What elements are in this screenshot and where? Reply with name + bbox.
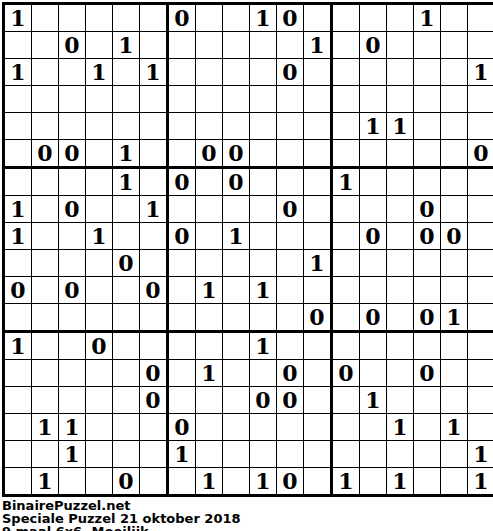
cell-r9c18-empty[interactable] (468, 223, 493, 250)
cell-r9c4-given-1: 1 (86, 223, 113, 250)
cell-r8c14-empty[interactable] (360, 196, 387, 223)
cell-r13c3-empty[interactable] (59, 333, 86, 360)
cell-r10c17-empty[interactable] (441, 250, 468, 277)
cell-r4c4-empty[interactable] (86, 86, 113, 113)
cell-r15c3-empty[interactable] (59, 387, 86, 414)
cell-r2c16-empty[interactable] (414, 32, 441, 59)
cell-r8c7-empty[interactable] (169, 196, 196, 223)
cell-r13c14-empty[interactable] (360, 333, 387, 360)
cell-r14c12-empty[interactable] (304, 360, 333, 387)
cell-r6c4-empty[interactable] (86, 140, 113, 169)
cell-r9c8-empty[interactable] (196, 223, 223, 250)
cell-r2c4-empty[interactable] (86, 32, 113, 59)
cell-r7c15-empty[interactable] (387, 169, 414, 196)
cell-r10c13-empty[interactable] (333, 250, 360, 277)
cell-r12c13-empty[interactable] (333, 304, 360, 333)
cell-r2c6-empty[interactable] (140, 32, 169, 59)
cell-r14c4-empty[interactable] (86, 360, 113, 387)
cell-r2c2-empty[interactable] (32, 32, 59, 59)
cell-r3c2-empty[interactable] (32, 59, 59, 86)
cell-r5c7-empty[interactable] (169, 113, 196, 140)
cell-r7c7-given-0: 0 (169, 169, 196, 196)
cell-r13c2-empty[interactable] (32, 333, 59, 360)
cell-r3c10-empty[interactable] (250, 59, 277, 86)
cell-r1c11-given-0: 0 (277, 5, 304, 32)
cell-r6c1-empty[interactable] (5, 140, 32, 169)
cell-r14c9-empty[interactable] (223, 360, 250, 387)
cell-r4c8-empty[interactable] (196, 86, 223, 113)
cell-r15c16-empty[interactable] (414, 387, 441, 414)
cell-r8c5-empty[interactable] (113, 196, 140, 223)
cell-r15c13-empty[interactable] (333, 387, 360, 414)
cell-r15c10-given-0: 0 (250, 387, 277, 414)
cell-r8c17-empty[interactable] (441, 196, 468, 223)
cell-r10c12-given-1: 1 (304, 250, 333, 277)
cell-r17c15-empty[interactable] (387, 441, 414, 468)
cell-r15c9-empty[interactable] (223, 387, 250, 414)
cell-r3c6-given-1: 1 (140, 59, 169, 86)
cell-r3c12-empty[interactable] (304, 59, 333, 86)
cell-r15c1-empty[interactable] (5, 387, 32, 414)
cell-r7c18-empty[interactable] (468, 169, 493, 196)
cell-r12c4-empty[interactable] (86, 304, 113, 333)
cell-r16c15-given-1: 1 (387, 414, 414, 441)
cell-r5c3-empty[interactable] (59, 113, 86, 140)
cell-r13c4-given-0: 0 (86, 333, 113, 360)
cell-r5c12-empty[interactable] (304, 113, 333, 140)
cell-r5c9-empty[interactable] (223, 113, 250, 140)
cell-r13c18-empty[interactable] (468, 333, 493, 360)
cell-r12c1-empty[interactable] (5, 304, 32, 333)
cell-r15c11-given-0: 0 (277, 387, 304, 414)
cell-r7c11-empty[interactable] (277, 169, 304, 196)
cell-r2c17-empty[interactable] (441, 32, 468, 59)
cell-r6c3-given-0: 0 (59, 140, 86, 169)
cell-r11c5-empty[interactable] (113, 277, 140, 304)
cell-r16c13-empty[interactable] (333, 414, 360, 441)
cell-r10c14-empty[interactable] (360, 250, 387, 277)
cell-r8c2-empty[interactable] (32, 196, 59, 223)
cell-r4c18-empty[interactable] (468, 86, 493, 113)
cell-r10c10-empty[interactable] (250, 250, 277, 277)
cell-r16c16-empty[interactable] (414, 414, 441, 441)
cell-r13c7-empty[interactable] (169, 333, 196, 360)
cell-r6c12-empty[interactable] (304, 140, 333, 169)
cell-r13c15-empty[interactable] (387, 333, 414, 360)
cell-r3c13-empty[interactable] (333, 59, 360, 86)
cell-r18c1-empty[interactable] (5, 468, 32, 494)
cell-r13c6-empty[interactable] (140, 333, 169, 360)
cell-r9c6-empty[interactable] (140, 223, 169, 250)
cell-r6c16-empty[interactable] (414, 140, 441, 169)
cell-r17c11-empty[interactable] (277, 441, 304, 468)
cell-r18c13-given-1: 1 (333, 468, 360, 494)
cell-r17c13-empty[interactable] (333, 441, 360, 468)
cell-r1c14-empty[interactable] (360, 5, 387, 32)
cell-r17c8-empty[interactable] (196, 441, 223, 468)
cell-r3c5-empty[interactable] (113, 59, 140, 86)
cell-r16c14-empty[interactable] (360, 414, 387, 441)
cell-r5c2-empty[interactable] (32, 113, 59, 140)
cell-r1c3-empty[interactable] (59, 5, 86, 32)
cell-r6c5-given-1: 1 (113, 140, 140, 169)
cell-r14c17-empty[interactable] (441, 360, 468, 387)
cell-r2c14-given-0: 0 (360, 32, 387, 59)
cell-r2c3-given-0: 0 (59, 32, 86, 59)
cell-r1c9-empty[interactable] (223, 5, 250, 32)
cell-r11c3-given-0: 0 (59, 277, 86, 304)
cell-r11c12-empty[interactable] (304, 277, 333, 304)
cell-r15c4-empty[interactable] (86, 387, 113, 414)
cell-r13c11-empty[interactable] (277, 333, 304, 360)
cell-r2c7-empty[interactable] (169, 32, 196, 59)
cell-r5c11-empty[interactable] (277, 113, 304, 140)
cell-r4c7-empty[interactable] (169, 86, 196, 113)
cell-r18c6-empty[interactable] (140, 468, 169, 494)
cell-r5c16-empty[interactable] (414, 113, 441, 140)
cell-r17c17-empty[interactable] (441, 441, 468, 468)
cell-r3c15-empty[interactable] (387, 59, 414, 86)
cell-r6c8-given-0: 0 (196, 140, 223, 169)
cell-r8c18-empty[interactable] (468, 196, 493, 223)
cell-r15c12-empty[interactable] (304, 387, 333, 414)
cell-r1c12-empty[interactable] (304, 5, 333, 32)
cell-r14c14-empty[interactable] (360, 360, 387, 387)
cell-r12c18-empty[interactable] (468, 304, 493, 333)
cell-r7c12-empty[interactable] (304, 169, 333, 196)
cell-r8c12-empty[interactable] (304, 196, 333, 223)
cell-r12c10-empty[interactable] (250, 304, 277, 333)
cell-r9c13-empty[interactable] (333, 223, 360, 250)
cell-r10c16-empty[interactable] (414, 250, 441, 277)
cell-r3c16-empty[interactable] (414, 59, 441, 86)
cell-r2c15-empty[interactable] (387, 32, 414, 59)
cell-r15c14-given-1: 1 (360, 387, 387, 414)
cell-r18c5-given-0: 0 (113, 468, 140, 494)
cell-r12c5-empty[interactable] (113, 304, 140, 333)
cell-r13c8-empty[interactable] (196, 333, 223, 360)
cell-r14c10-empty[interactable] (250, 360, 277, 387)
cell-r5c15-given-1: 1 (387, 113, 414, 140)
cell-r14c7-empty[interactable] (169, 360, 196, 387)
cell-r10c3-empty[interactable] (59, 250, 86, 277)
cell-r11c1-given-0: 0 (5, 277, 32, 304)
cell-r14c1-empty[interactable] (5, 360, 32, 387)
cell-r16c6-empty[interactable] (140, 414, 169, 441)
cell-r4c11-empty[interactable] (277, 86, 304, 113)
cell-r8c9-empty[interactable] (223, 196, 250, 223)
cell-r5c17-empty[interactable] (441, 113, 468, 140)
cell-r1c6-empty[interactable] (140, 5, 169, 32)
cell-r6c13-empty[interactable] (333, 140, 360, 169)
cell-r3c3-empty[interactable] (59, 59, 86, 86)
cell-r1c1-given-1: 1 (5, 5, 32, 32)
cell-r5c10-empty[interactable] (250, 113, 277, 140)
cell-r7c3-empty[interactable] (59, 169, 86, 196)
cell-r16c4-empty[interactable] (86, 414, 113, 441)
cell-r14c2-empty[interactable] (32, 360, 59, 387)
cell-r9c10-empty[interactable] (250, 223, 277, 250)
cell-r2c1-empty[interactable] (5, 32, 32, 59)
cell-r17c16-empty[interactable] (414, 441, 441, 468)
cell-r18c17-empty[interactable] (441, 468, 468, 494)
cell-r10c5-given-0: 0 (113, 250, 140, 277)
cell-r5c5-empty[interactable] (113, 113, 140, 140)
cell-r4c2-empty[interactable] (32, 86, 59, 113)
cell-r16c1-empty[interactable] (5, 414, 32, 441)
cell-r5c6-empty[interactable] (140, 113, 169, 140)
cell-r9c12-empty[interactable] (304, 223, 333, 250)
cell-r12c8-empty[interactable] (196, 304, 223, 333)
cell-r2c18-empty[interactable] (468, 32, 493, 59)
cell-r13c17-empty[interactable] (441, 333, 468, 360)
cell-r8c1-given-1: 1 (5, 196, 32, 223)
cell-r11c16-empty[interactable] (414, 277, 441, 304)
cell-r11c18-empty[interactable] (468, 277, 493, 304)
cell-r16c11-empty[interactable] (277, 414, 304, 441)
cell-r8c15-empty[interactable] (387, 196, 414, 223)
cell-r9c3-empty[interactable] (59, 223, 86, 250)
cell-r13c12-empty[interactable] (304, 333, 333, 360)
cell-r2c11-empty[interactable] (277, 32, 304, 59)
cell-r4c14-empty[interactable] (360, 86, 387, 113)
cell-r6c14-empty[interactable] (360, 140, 387, 169)
cell-r11c11-empty[interactable] (277, 277, 304, 304)
cell-r17c2-empty[interactable] (32, 441, 59, 468)
cell-r13c13-empty[interactable] (333, 333, 360, 360)
cell-r15c5-empty[interactable] (113, 387, 140, 414)
cell-r2c13-empty[interactable] (333, 32, 360, 59)
cell-r11c15-empty[interactable] (387, 277, 414, 304)
cell-r7c9-given-0: 0 (223, 169, 250, 196)
cell-r3c17-empty[interactable] (441, 59, 468, 86)
cell-r13c16-empty[interactable] (414, 333, 441, 360)
cell-r4c13-empty[interactable] (333, 86, 360, 113)
cell-r13c5-empty[interactable] (113, 333, 140, 360)
cell-r18c8-given-1: 1 (196, 468, 223, 494)
cell-r10c8-empty[interactable] (196, 250, 223, 277)
cell-r7c2-empty[interactable] (32, 169, 59, 196)
cell-r16c9-empty[interactable] (223, 414, 250, 441)
cell-r15c15-empty[interactable] (387, 387, 414, 414)
cell-r8c13-empty[interactable] (333, 196, 360, 223)
cell-r17c14-empty[interactable] (360, 441, 387, 468)
cell-r6c9-given-0: 0 (223, 140, 250, 169)
cell-r3c4-given-1: 1 (86, 59, 113, 86)
cell-r12c17-given-1: 1 (441, 304, 468, 333)
cell-r14c15-empty[interactable] (387, 360, 414, 387)
cell-r7c14-empty[interactable] (360, 169, 387, 196)
cell-r18c7-empty[interactable] (169, 468, 196, 494)
cell-r11c2-empty[interactable] (32, 277, 59, 304)
cell-r4c15-empty[interactable] (387, 86, 414, 113)
cell-r18c9-empty[interactable] (223, 468, 250, 494)
cell-r11c10-given-1: 1 (250, 277, 277, 304)
cell-r6c11-empty[interactable] (277, 140, 304, 169)
cell-r1c8-empty[interactable] (196, 5, 223, 32)
cell-r14c3-empty[interactable] (59, 360, 86, 387)
cell-r10c2-empty[interactable] (32, 250, 59, 277)
cell-r5c13-empty[interactable] (333, 113, 360, 140)
cell-r6c17-empty[interactable] (441, 140, 468, 169)
cell-r3c7-empty[interactable] (169, 59, 196, 86)
cell-r14c5-empty[interactable] (113, 360, 140, 387)
cell-r18c15-given-1: 1 (387, 468, 414, 494)
cell-r5c1-empty[interactable] (5, 113, 32, 140)
cell-r11c9-empty[interactable] (223, 277, 250, 304)
cell-r11c13-empty[interactable] (333, 277, 360, 304)
cell-r4c9-empty[interactable] (223, 86, 250, 113)
cell-r10c18-empty[interactable] (468, 250, 493, 277)
cell-r11c14-empty[interactable] (360, 277, 387, 304)
cell-r4c1-empty[interactable] (5, 86, 32, 113)
cell-r4c10-empty[interactable] (250, 86, 277, 113)
cell-r17c5-empty[interactable] (113, 441, 140, 468)
cell-r10c11-empty[interactable] (277, 250, 304, 277)
cell-r1c13-empty[interactable] (333, 5, 360, 32)
cell-r7c1-empty[interactable] (5, 169, 32, 196)
cell-r5c8-empty[interactable] (196, 113, 223, 140)
cell-r11c4-empty[interactable] (86, 277, 113, 304)
cell-r7c16-empty[interactable] (414, 169, 441, 196)
cell-r13c10-given-1: 1 (250, 333, 277, 360)
cell-r4c16-empty[interactable] (414, 86, 441, 113)
cell-r2c5-given-1: 1 (113, 32, 140, 59)
cell-r4c17-empty[interactable] (441, 86, 468, 113)
cell-r4c6-empty[interactable] (140, 86, 169, 113)
cell-r18c11-given-0: 0 (277, 468, 304, 494)
cell-r16c7-given-0: 0 (169, 414, 196, 441)
cell-r1c16-given-1: 1 (414, 5, 441, 32)
cell-r6c7-empty[interactable] (169, 140, 196, 169)
cell-r14c18-empty[interactable] (468, 360, 493, 387)
cell-r10c15-empty[interactable] (387, 250, 414, 277)
cell-r16c8-empty[interactable] (196, 414, 223, 441)
cell-r12c2-empty[interactable] (32, 304, 59, 333)
cell-r12c11-empty[interactable] (277, 304, 304, 333)
cell-r5c18-empty[interactable] (468, 113, 493, 140)
cell-r17c4-empty[interactable] (86, 441, 113, 468)
cell-r17c7-given-1: 1 (169, 441, 196, 468)
cell-r16c10-empty[interactable] (250, 414, 277, 441)
cell-r17c12-empty[interactable] (304, 441, 333, 468)
cell-r7c10-empty[interactable] (250, 169, 277, 196)
cell-r10c7-empty[interactable] (169, 250, 196, 277)
cell-r12c12-given-0: 0 (304, 304, 333, 333)
cell-r3c1-given-1: 1 (5, 59, 32, 86)
cell-r18c4-empty[interactable] (86, 468, 113, 494)
cell-r12c3-empty[interactable] (59, 304, 86, 333)
cell-r12c6-empty[interactable] (140, 304, 169, 333)
cell-r7c4-empty[interactable] (86, 169, 113, 196)
cell-r6c15-empty[interactable] (387, 140, 414, 169)
cell-r17c1-empty[interactable] (5, 441, 32, 468)
cell-r9c14-given-0: 0 (360, 223, 387, 250)
cell-r16c2-given-1: 1 (32, 414, 59, 441)
cell-r13c1-given-1: 1 (5, 333, 32, 360)
cell-r10c1-empty[interactable] (5, 250, 32, 277)
cell-r9c5-empty[interactable] (113, 223, 140, 250)
cell-r3c8-empty[interactable] (196, 59, 223, 86)
cell-r15c17-empty[interactable] (441, 387, 468, 414)
cell-r15c18-empty[interactable] (468, 387, 493, 414)
cell-r9c15-empty[interactable] (387, 223, 414, 250)
cell-r2c9-empty[interactable] (223, 32, 250, 59)
cell-r3c14-empty[interactable] (360, 59, 387, 86)
cell-r1c10-given-1: 1 (250, 5, 277, 32)
cell-r8c16-given-0: 0 (414, 196, 441, 223)
cell-r4c12-empty[interactable] (304, 86, 333, 113)
cell-r3c9-empty[interactable] (223, 59, 250, 86)
cell-r13c9-empty[interactable] (223, 333, 250, 360)
cell-r15c6-given-0: 0 (140, 387, 169, 414)
cell-r8c3-given-0: 0 (59, 196, 86, 223)
cell-r1c2-empty[interactable] (32, 5, 59, 32)
cell-r8c10-empty[interactable] (250, 196, 277, 223)
cell-r18c16-empty[interactable] (414, 468, 441, 494)
cell-r15c2-empty[interactable] (32, 387, 59, 414)
cell-r11c7-empty[interactable] (169, 277, 196, 304)
cell-r9c17-given-0: 0 (441, 223, 468, 250)
cell-r12c15-empty[interactable] (387, 304, 414, 333)
binary-puzzle-grid: 1010101101110111001000100110100110100001… (2, 2, 493, 497)
cell-r16c18-empty[interactable] (468, 414, 493, 441)
cell-r6c10-empty[interactable] (250, 140, 277, 169)
cell-r18c2-given-1: 1 (32, 468, 59, 494)
cell-r14c6-given-0: 0 (140, 360, 169, 387)
cell-r5c4-empty[interactable] (86, 113, 113, 140)
cell-r18c3-empty[interactable] (59, 468, 86, 494)
cell-r16c5-empty[interactable] (113, 414, 140, 441)
cell-r17c9-empty[interactable] (223, 441, 250, 468)
cell-r8c8-empty[interactable] (196, 196, 223, 223)
cell-r9c9-given-1: 1 (223, 223, 250, 250)
cell-r15c7-empty[interactable] (169, 387, 196, 414)
cell-r2c10-empty[interactable] (250, 32, 277, 59)
cell-r15c8-empty[interactable] (196, 387, 223, 414)
cell-r17c10-empty[interactable] (250, 441, 277, 468)
cell-r6c18-given-0: 0 (468, 140, 493, 169)
cell-r1c4-empty[interactable] (86, 5, 113, 32)
cell-r4c5-empty[interactable] (113, 86, 140, 113)
cell-r10c9-empty[interactable] (223, 250, 250, 277)
cell-r7c6-empty[interactable] (140, 169, 169, 196)
cell-r10c4-empty[interactable] (86, 250, 113, 277)
cell-r1c17-empty[interactable] (441, 5, 468, 32)
cell-r9c2-empty[interactable] (32, 223, 59, 250)
cell-r7c8-empty[interactable] (196, 169, 223, 196)
cell-r17c6-empty[interactable] (140, 441, 169, 468)
cell-r12c9-empty[interactable] (223, 304, 250, 333)
cell-r6c6-empty[interactable] (140, 140, 169, 169)
cell-r10c6-empty[interactable] (140, 250, 169, 277)
cell-r1c5-empty[interactable] (113, 5, 140, 32)
footer: BinairePuzzel.net Speciale Puzzel 21 okt… (2, 497, 493, 531)
cell-r12c7-empty[interactable] (169, 304, 196, 333)
cell-r2c8-empty[interactable] (196, 32, 223, 59)
cell-r18c14-empty[interactable] (360, 468, 387, 494)
cell-r9c11-empty[interactable] (277, 223, 304, 250)
cell-r18c12-empty[interactable] (304, 468, 333, 494)
cell-r11c17-empty[interactable] (441, 277, 468, 304)
cell-r8c4-empty[interactable] (86, 196, 113, 223)
cell-r16c12-empty[interactable] (304, 414, 333, 441)
cell-r4c3-empty[interactable] (59, 86, 86, 113)
cell-r1c18-empty[interactable] (468, 5, 493, 32)
cell-r9c16-given-0: 0 (414, 223, 441, 250)
cell-r7c17-empty[interactable] (441, 169, 468, 196)
cell-r1c15-empty[interactable] (387, 5, 414, 32)
